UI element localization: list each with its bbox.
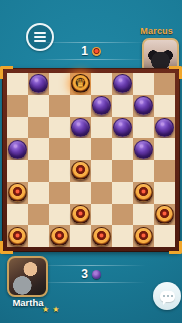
checker-red[interactable] (8, 183, 27, 202)
board-cell-h1 (154, 225, 175, 247)
board-cell-e1[interactable] (91, 225, 112, 247)
board-grid: ♛ (7, 73, 175, 247)
board-cell-f1 (112, 225, 133, 247)
checker-red[interactable] (71, 161, 90, 180)
board-cell-f3 (112, 182, 133, 204)
board-cell-h2[interactable] (154, 204, 175, 226)
board-cell-f4[interactable] (112, 160, 133, 182)
board-cell-d8[interactable]: ♛ (70, 73, 91, 95)
board-cell-e7[interactable] (91, 95, 112, 117)
checker-red[interactable] (8, 227, 27, 246)
board-cell-c8 (49, 73, 70, 95)
divider-line (36, 59, 146, 60)
player-capture-counter: 3 (36, 265, 146, 283)
checker-red[interactable] (134, 227, 153, 246)
board-cell-b2[interactable] (28, 204, 49, 226)
board-cell-c6 (49, 117, 70, 139)
board-cell-g7[interactable] (133, 95, 154, 117)
checker-purple[interactable] (29, 74, 48, 93)
chat-bubble-icon (160, 291, 175, 302)
board-cell-f6[interactable] (112, 117, 133, 139)
star-icon: ★ (52, 305, 59, 314)
board-cell-c3[interactable] (49, 182, 70, 204)
player-avatar[interactable] (7, 256, 48, 297)
board-cell-e6 (91, 117, 112, 139)
board-cell-b7 (28, 95, 49, 117)
chat-button[interactable] (153, 282, 181, 310)
board-cell-a4 (7, 160, 28, 182)
board-cell-h5 (154, 138, 175, 160)
board-cell-h6[interactable] (154, 117, 175, 139)
board-cell-f2[interactable] (112, 204, 133, 226)
opponent-name: Marcus (140, 26, 173, 36)
captured-red-piece-icon (92, 47, 101, 56)
board-cell-b8[interactable] (28, 73, 49, 95)
board-cell-f8[interactable] (112, 73, 133, 95)
board-cell-g6 (133, 117, 154, 139)
board-cell-h7 (154, 95, 175, 117)
board-cell-a5[interactable] (7, 138, 28, 160)
board-cell-b1 (28, 225, 49, 247)
checker-purple[interactable] (113, 74, 132, 93)
checker-red[interactable] (92, 227, 111, 246)
board-cell-f7 (112, 95, 133, 117)
checker-purple[interactable] (71, 118, 90, 137)
board-cell-d4[interactable] (70, 160, 91, 182)
board-cell-h8[interactable] (154, 73, 175, 95)
player-captured-count: 3 (81, 267, 88, 281)
checker-purple[interactable] (8, 140, 27, 159)
star-icon: ★ (42, 305, 49, 314)
board-cell-b6[interactable] (28, 117, 49, 139)
board-cell-d3 (70, 182, 91, 204)
board-cell-b4[interactable] (28, 160, 49, 182)
checker-red[interactable] (71, 205, 90, 224)
board-cell-a7[interactable] (7, 95, 28, 117)
board-cell-e4 (91, 160, 112, 182)
game-screen: Marcus 1 ♛ 3 Martha ★★ (0, 0, 182, 323)
checker-red-king[interactable]: ♛ (71, 74, 90, 93)
board-cell-d1 (70, 225, 91, 247)
board-cell-g8 (133, 73, 154, 95)
board-cell-e5[interactable] (91, 138, 112, 160)
divider-line (36, 282, 146, 283)
board-cell-d5 (70, 138, 91, 160)
board-cell-c4 (49, 160, 70, 182)
checker-purple[interactable] (134, 140, 153, 159)
board-cell-g3[interactable] (133, 182, 154, 204)
player-stars: ★★ (42, 305, 59, 314)
board-cell-e2 (91, 204, 112, 226)
checker-red[interactable] (155, 205, 174, 224)
board-cell-f5 (112, 138, 133, 160)
board-cell-a2 (7, 204, 28, 226)
board-cell-d2[interactable] (70, 204, 91, 226)
board-cell-g1[interactable] (133, 225, 154, 247)
board-cell-a1[interactable] (7, 225, 28, 247)
checker-red[interactable] (134, 183, 153, 202)
board-cell-a6 (7, 117, 28, 139)
board-cell-e3[interactable] (91, 182, 112, 204)
checker-purple[interactable] (113, 118, 132, 137)
board-cell-g5[interactable] (133, 138, 154, 160)
board-cell-e8 (91, 73, 112, 95)
board-cell-g2 (133, 204, 154, 226)
board-cell-g4 (133, 160, 154, 182)
hamburger-icon (34, 32, 46, 34)
checkers-board: ♛ (2, 68, 180, 252)
captured-purple-piece-icon (92, 270, 101, 279)
board-cell-c1[interactable] (49, 225, 70, 247)
checker-purple[interactable] (155, 118, 174, 137)
board-cell-h3 (154, 182, 175, 204)
board-cell-d6[interactable] (70, 117, 91, 139)
opponent-captured-count: 1 (81, 44, 88, 58)
board-cell-c7[interactable] (49, 95, 70, 117)
board-cell-c5[interactable] (49, 138, 70, 160)
board-cell-b5 (28, 138, 49, 160)
checker-purple[interactable] (92, 96, 111, 115)
board-cell-h4[interactable] (154, 160, 175, 182)
crown-icon: ♛ (76, 78, 86, 89)
checker-red[interactable] (50, 227, 69, 246)
checker-purple[interactable] (134, 96, 153, 115)
board-cell-b3 (28, 182, 49, 204)
board-cell-c2 (49, 204, 70, 226)
board-cell-a8 (7, 73, 28, 95)
board-cell-d7 (70, 95, 91, 117)
board-cell-a3[interactable] (7, 182, 28, 204)
opponent-capture-counter: 1 (36, 42, 146, 60)
